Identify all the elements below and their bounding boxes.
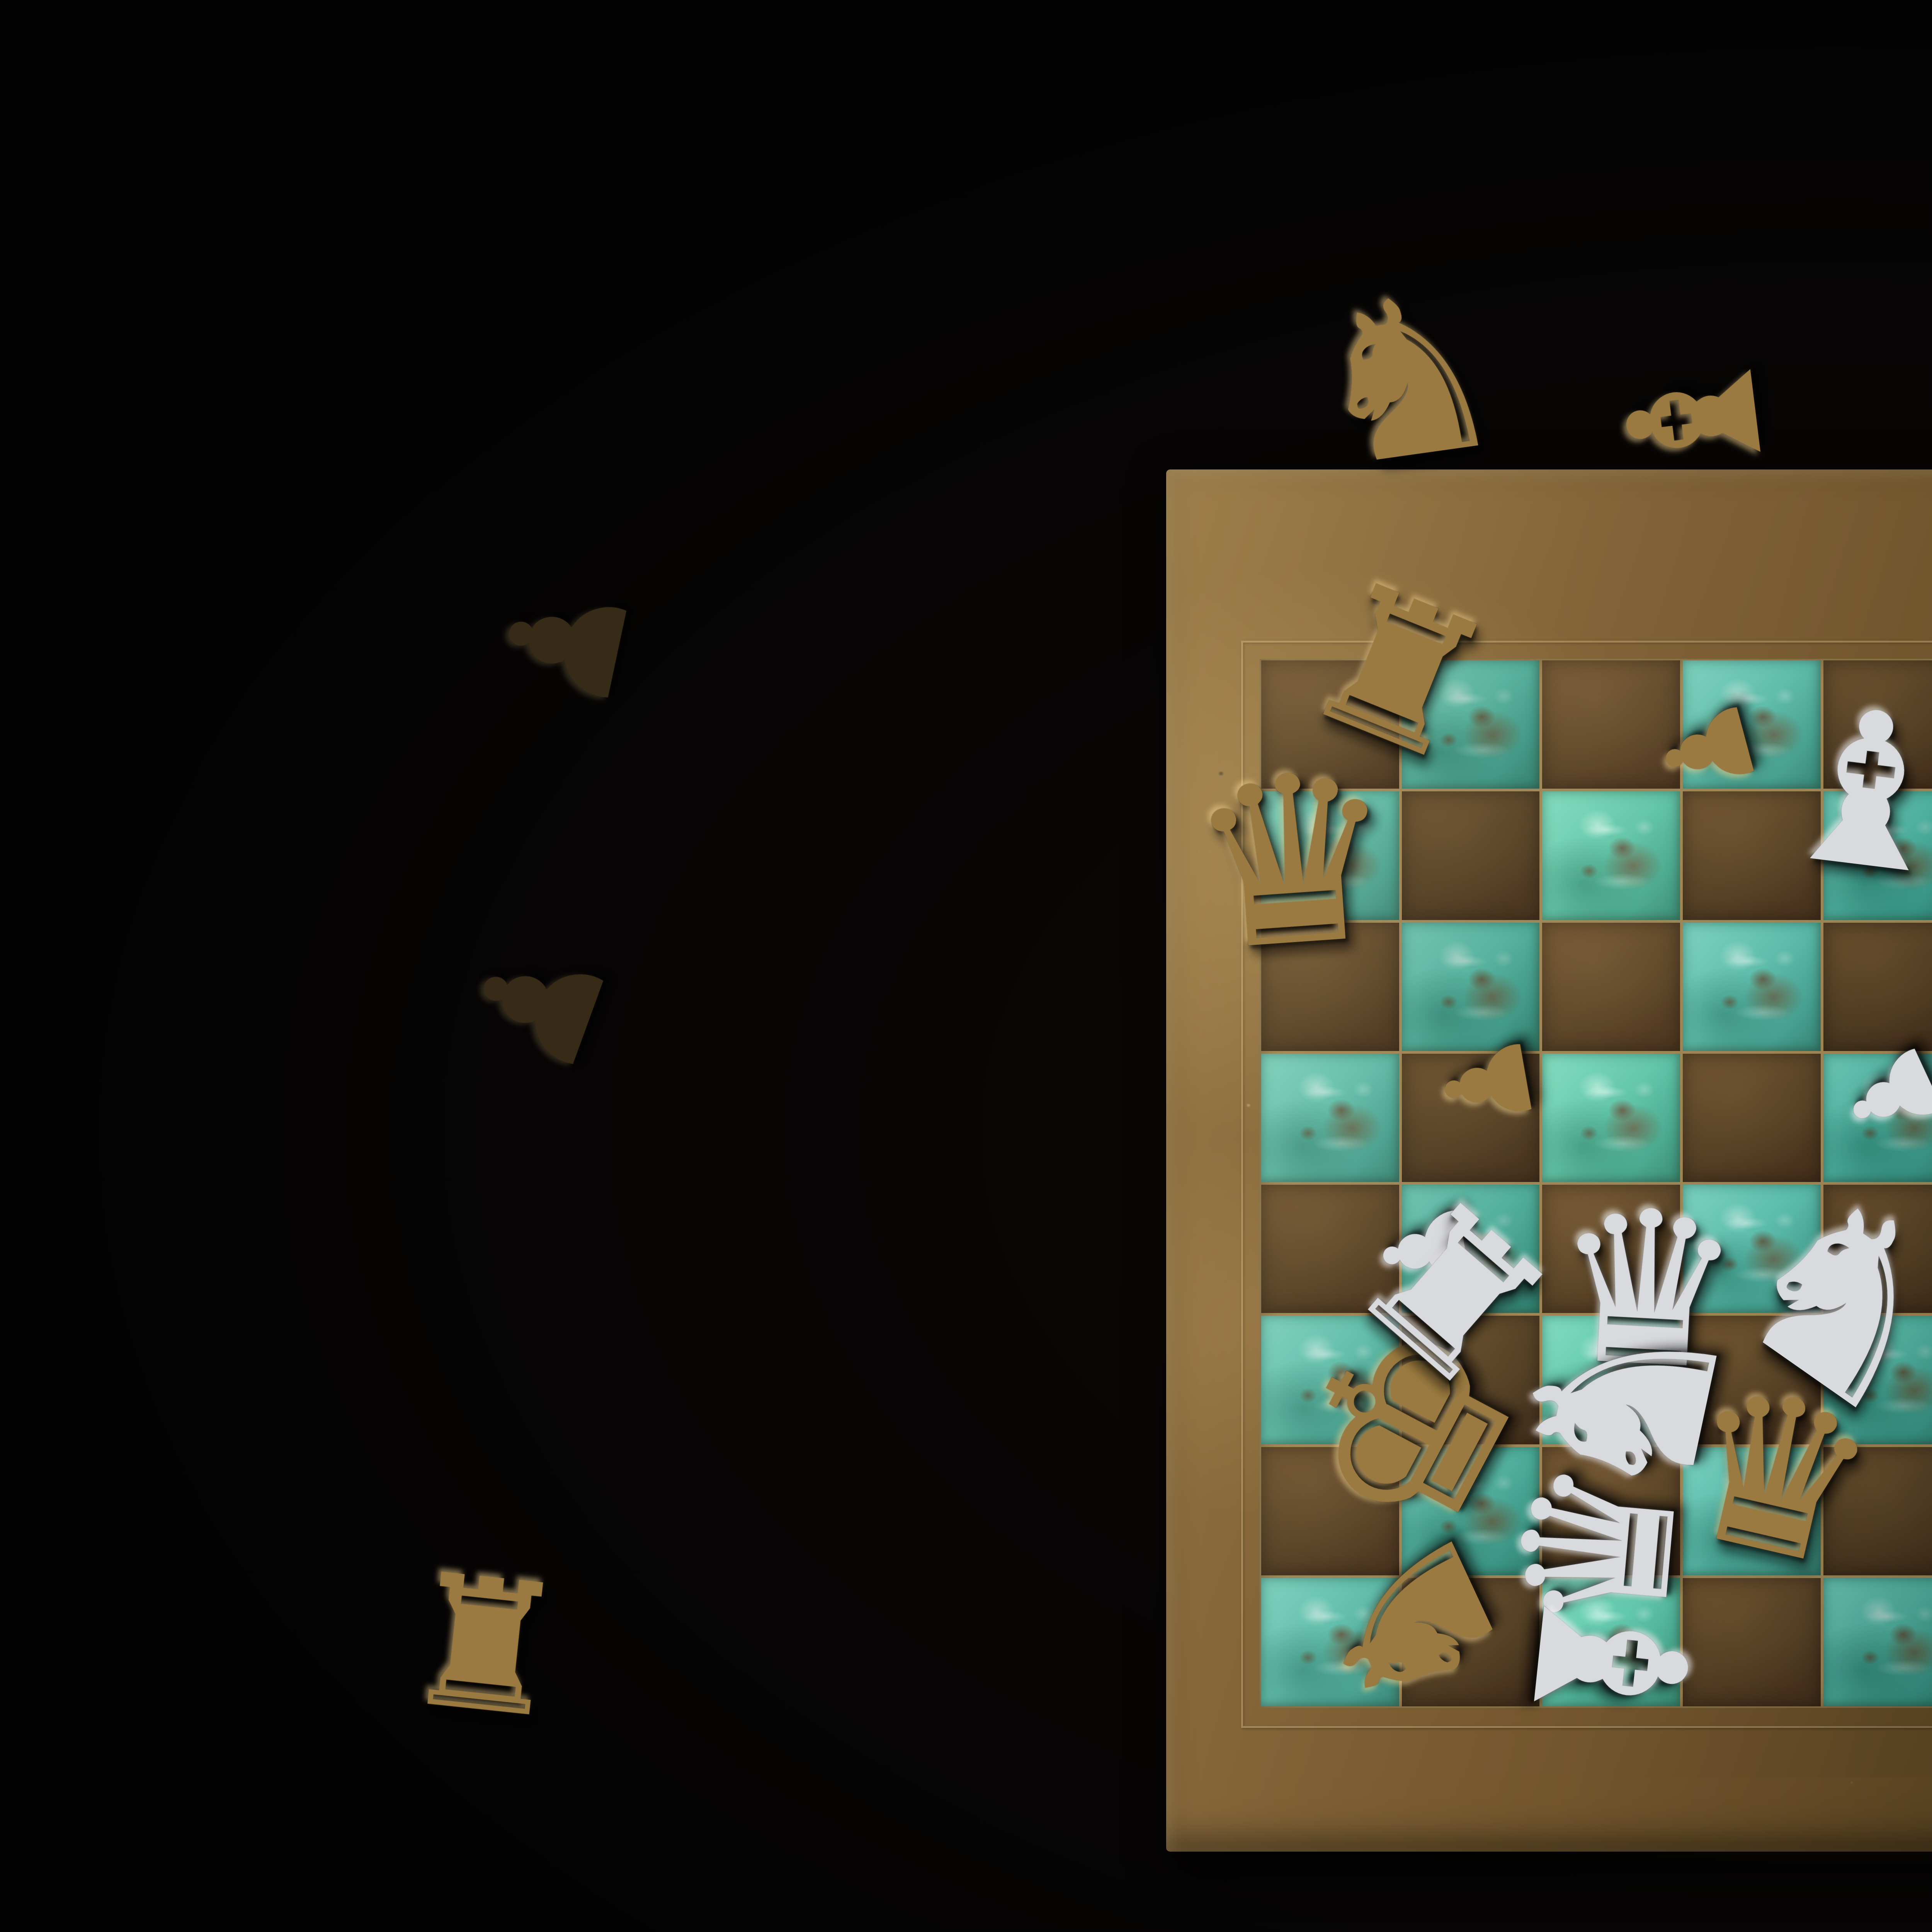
square-a5[interactable] [1261, 1054, 1399, 1182]
piece-gold-pawn-fallen[interactable]: ♟ [478, 561, 654, 725]
square-d6[interactable] [1683, 923, 1821, 1051]
piece-gold-pawn-fallen[interactable]: ♟ [445, 915, 633, 1094]
piece-gold-queen[interactable]: ♛ [1181, 739, 1404, 985]
piece-gold-bishop-fallen[interactable]: ♝ [1597, 328, 1793, 508]
square-c6[interactable] [1542, 923, 1680, 1051]
piece-gold-knight[interactable]: ♞ [1295, 259, 1517, 500]
square-b7[interactable] [1402, 791, 1540, 920]
piece-silver-bishop[interactable]: ♝ [1761, 674, 1932, 908]
piece-silver-bishop-fallen[interactable]: ♝ [1498, 1559, 1721, 1763]
square-d5[interactable] [1683, 1054, 1821, 1182]
piece-gold-rook[interactable]: ♜ [395, 1548, 575, 1745]
photo-scene: { "game": "chess", "scene_description": … [0, 0, 1932, 1932]
piece-gold-pawn-fallen[interactable]: ♟ [1424, 1024, 1552, 1142]
